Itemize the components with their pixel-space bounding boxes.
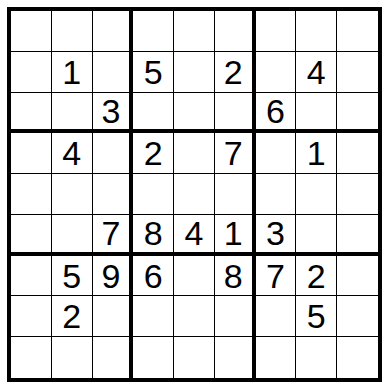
cell-r1c3 bbox=[93, 11, 134, 52]
cell-r3c9 bbox=[337, 93, 378, 134]
cell-r2c3 bbox=[93, 52, 134, 93]
cell-r6c1 bbox=[11, 215, 52, 256]
cell-r3c7: 6 bbox=[256, 93, 297, 134]
cell-r7c4: 6 bbox=[133, 256, 174, 297]
cell-r5c9 bbox=[337, 174, 378, 215]
cell-r9c8 bbox=[296, 337, 337, 378]
cell-r2c2: 1 bbox=[52, 52, 93, 93]
cell-r6c9 bbox=[337, 215, 378, 256]
cell-r8c3 bbox=[93, 296, 134, 337]
cell-r2c7 bbox=[256, 52, 297, 93]
cell-r4c3 bbox=[93, 133, 134, 174]
cell-r1c6 bbox=[215, 11, 256, 52]
cell-r7c3: 9 bbox=[93, 256, 134, 297]
cell-r2c4: 5 bbox=[133, 52, 174, 93]
cell-r3c8 bbox=[296, 93, 337, 134]
cell-r2c6: 2 bbox=[215, 52, 256, 93]
cell-r4c1 bbox=[11, 133, 52, 174]
cell-r8c5 bbox=[174, 296, 215, 337]
cell-r5c2 bbox=[52, 174, 93, 215]
cell-r3c4 bbox=[133, 93, 174, 134]
cell-r3c5 bbox=[174, 93, 215, 134]
cell-r1c9 bbox=[337, 11, 378, 52]
cell-r2c8: 4 bbox=[296, 52, 337, 93]
cell-r6c2 bbox=[52, 215, 93, 256]
cell-r6c6: 1 bbox=[215, 215, 256, 256]
cell-r1c8 bbox=[296, 11, 337, 52]
cell-r8c6 bbox=[215, 296, 256, 337]
cell-r8c8: 5 bbox=[296, 296, 337, 337]
cell-r6c3: 7 bbox=[93, 215, 134, 256]
cell-r7c9 bbox=[337, 256, 378, 297]
cell-r1c1 bbox=[11, 11, 52, 52]
cell-r7c8: 2 bbox=[296, 256, 337, 297]
sudoku-board: 15243642717841359687225 bbox=[7, 7, 382, 382]
cell-r3c2 bbox=[52, 93, 93, 134]
cell-r4c5 bbox=[174, 133, 215, 174]
cell-r4c2: 4 bbox=[52, 133, 93, 174]
cell-r6c8 bbox=[296, 215, 337, 256]
cell-r7c6: 8 bbox=[215, 256, 256, 297]
cell-r6c7: 3 bbox=[256, 215, 297, 256]
cell-r3c3: 3 bbox=[93, 93, 134, 134]
cell-r5c1 bbox=[11, 174, 52, 215]
cell-r6c5: 4 bbox=[174, 215, 215, 256]
cell-r3c6 bbox=[215, 93, 256, 134]
cell-r6c4: 8 bbox=[133, 215, 174, 256]
cell-r9c9 bbox=[337, 337, 378, 378]
cell-r5c5 bbox=[174, 174, 215, 215]
cell-r7c7: 7 bbox=[256, 256, 297, 297]
cell-r1c2 bbox=[52, 11, 93, 52]
cell-r8c7 bbox=[256, 296, 297, 337]
cell-r5c3 bbox=[93, 174, 134, 215]
cell-r9c5 bbox=[174, 337, 215, 378]
cell-r9c4 bbox=[133, 337, 174, 378]
cell-r5c7 bbox=[256, 174, 297, 215]
cell-r8c2: 2 bbox=[52, 296, 93, 337]
cell-r5c4 bbox=[133, 174, 174, 215]
cell-r2c1 bbox=[11, 52, 52, 93]
cell-r9c3 bbox=[93, 337, 134, 378]
cell-r1c7 bbox=[256, 11, 297, 52]
cell-r4c8: 1 bbox=[296, 133, 337, 174]
cell-r2c9 bbox=[337, 52, 378, 93]
cell-r7c1 bbox=[11, 256, 52, 297]
cell-r9c1 bbox=[11, 337, 52, 378]
cell-r4c6: 7 bbox=[215, 133, 256, 174]
cell-r9c7 bbox=[256, 337, 297, 378]
cell-r8c4 bbox=[133, 296, 174, 337]
cell-r5c6 bbox=[215, 174, 256, 215]
cell-r7c2: 5 bbox=[52, 256, 93, 297]
cell-r9c2 bbox=[52, 337, 93, 378]
cell-r2c5 bbox=[174, 52, 215, 93]
cell-r8c1 bbox=[11, 296, 52, 337]
cell-r1c5 bbox=[174, 11, 215, 52]
cell-r7c5 bbox=[174, 256, 215, 297]
cell-r4c4: 2 bbox=[133, 133, 174, 174]
cell-r9c6 bbox=[215, 337, 256, 378]
cell-r1c4 bbox=[133, 11, 174, 52]
cell-r4c9 bbox=[337, 133, 378, 174]
cell-r8c9 bbox=[337, 296, 378, 337]
cell-r4c7 bbox=[256, 133, 297, 174]
cell-r5c8 bbox=[296, 174, 337, 215]
cell-r3c1 bbox=[11, 93, 52, 134]
